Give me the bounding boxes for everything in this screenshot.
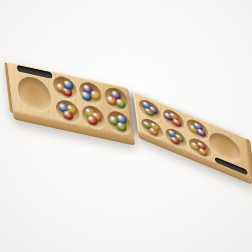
bead-green [115, 98, 126, 109]
handle-slot-left [17, 65, 53, 79]
bead-yellow [90, 90, 101, 101]
board-right-top-surface [133, 92, 251, 178]
pit-F2[interactable] [78, 80, 104, 107]
pit-N2[interactable] [81, 104, 107, 131]
product-photo-scene [0, 0, 252, 252]
pit-N3[interactable] [107, 109, 133, 136]
pit-F3[interactable] [104, 86, 130, 113]
board-half-right [133, 92, 251, 178]
pit-N1[interactable] [55, 98, 81, 125]
store-left[interactable] [16, 74, 53, 115]
mancala-board [0, 0, 252, 252]
bead-red [173, 118, 183, 129]
pit-F1[interactable] [52, 74, 78, 101]
bead-orange [198, 146, 208, 157]
board-half-left [7, 62, 134, 138]
bead-purple [197, 128, 207, 139]
